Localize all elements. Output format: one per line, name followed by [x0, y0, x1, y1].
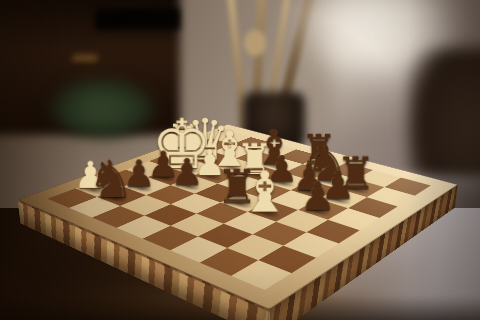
black-pawn-g5[interactable]: ♟	[300, 179, 336, 216]
black-pawn-c4[interactable]: ♟	[170, 156, 203, 190]
black-knight-b2[interactable]: ♞	[88, 156, 134, 204]
photo-scene: ♜♝♞♜♜♛♝♜♟♟♟♚♟♟♟♟♜♝♟♟♞	[0, 0, 480, 320]
chessboard[interactable]: ♜♝♞♜♜♛♝♜♟♟♟♚♟♟♟♟♜♝♟♟♞	[18, 124, 458, 309]
dresser-drawer	[95, 8, 180, 30]
chessboard-wrapper: ♜♝♞♜♜♛♝♜♟♟♟♚♟♟♟♟♜♝♟♟♞	[87, 36, 399, 320]
white-bishop-f4[interactable]: ♝	[239, 167, 290, 219]
